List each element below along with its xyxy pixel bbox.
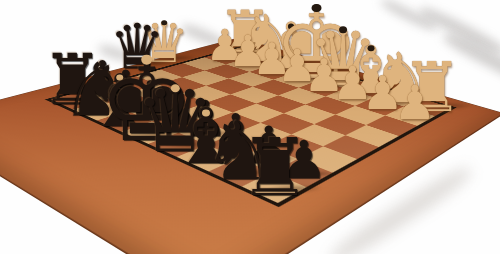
finial-dot <box>171 84 180 92</box>
white-pawn: ♟ <box>391 79 438 126</box>
finial-dot <box>141 55 152 65</box>
pieces-layer: ♜♟♞♛♟♛♝♟♚♟♛♟♝♟♟♞♜♟♟♜♞♟♟♝♟♚♟♛♟♝♟♞♟♜ <box>0 0 500 254</box>
finial-dot <box>312 4 321 12</box>
black-rook: ♜ <box>235 128 314 207</box>
chess-set-product-photo: ♜♟♞♛♟♛♝♟♚♟♛♟♝♟♟♞♜♟♟♜♞♟♟♝♟♚♟♛♟♝♟♞♟♜ <box>0 0 500 254</box>
